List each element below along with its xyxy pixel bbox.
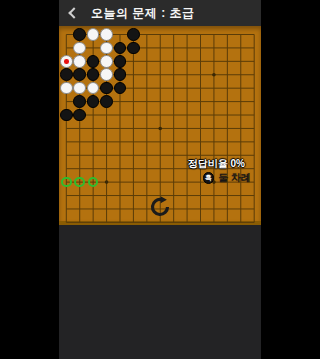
back-button[interactable] <box>59 0 85 26</box>
black-stone <box>87 68 100 81</box>
black-stone <box>100 95 113 108</box>
turn-indicator: 흑 둘 차례 <box>203 171 251 185</box>
white-stone <box>60 82 73 95</box>
black-stone <box>87 55 100 68</box>
black-stone <box>127 42 140 55</box>
white-stone <box>87 28 100 41</box>
white-stone <box>100 68 113 81</box>
white-stone <box>73 82 86 95</box>
black-stone <box>73 28 86 41</box>
black-stone <box>60 109 73 122</box>
refresh-icon[interactable] <box>148 194 172 218</box>
white-stone <box>100 28 113 41</box>
app-window: 오늘의 문제 : 초급 정답비율 0% 흑 둘 차례 <box>59 0 261 359</box>
black-stone <box>87 95 100 108</box>
black-stone <box>73 68 86 81</box>
black-stone <box>73 95 86 108</box>
white-stone <box>100 42 113 55</box>
back-chevron-icon <box>68 7 79 18</box>
turn-label: 둘 차례 <box>218 171 251 185</box>
black-stone <box>100 82 113 95</box>
black-stone <box>114 82 127 95</box>
page-title: 오늘의 문제 : 초급 <box>91 5 195 22</box>
white-stone <box>87 82 100 95</box>
black-stone <box>114 42 127 55</box>
black-stone <box>73 109 86 122</box>
black-stone <box>60 68 73 81</box>
black-stone-icon: 흑 <box>203 172 215 184</box>
white-stone <box>73 55 86 68</box>
black-stone <box>114 55 127 68</box>
bottom-panel <box>59 229 261 359</box>
white-stone <box>73 42 86 55</box>
white-stone <box>60 55 73 68</box>
white-stone <box>100 55 113 68</box>
title-bar: 오늘의 문제 : 초급 <box>59 0 261 26</box>
black-stone <box>127 28 140 41</box>
green-move-marker[interactable] <box>74 177 85 188</box>
green-move-marker[interactable] <box>88 177 99 188</box>
answer-rate-label: 정답비율 0% <box>188 157 245 171</box>
black-stone <box>114 68 127 81</box>
go-board[interactable]: 정답비율 0% 흑 둘 차례 <box>59 26 261 225</box>
green-move-marker[interactable] <box>61 177 72 188</box>
last-move-red-dot <box>64 59 69 64</box>
